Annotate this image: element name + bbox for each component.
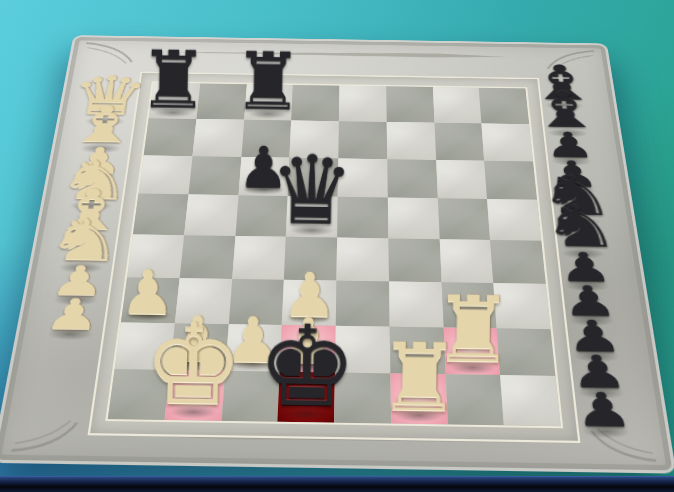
piece-shadow <box>153 108 194 118</box>
square-f7[interactable] <box>387 122 436 160</box>
square-e8[interactable] <box>339 86 387 122</box>
square-b8[interactable] <box>196 83 246 119</box>
black-pawn-icon: ♟ <box>564 314 625 358</box>
corner-flourish-icon <box>6 416 82 456</box>
captured-black-pawn: ♟ <box>568 321 616 322</box>
square-h1[interactable] <box>500 375 560 426</box>
square-h7[interactable] <box>482 123 533 161</box>
square-g7[interactable] <box>434 123 484 161</box>
square-b6[interactable] <box>188 156 241 196</box>
piece-black-queen-d5[interactable]: ♛ <box>286 196 338 238</box>
white-king-icon: ♚ <box>143 309 245 422</box>
captured-white-tray: ♛♝♟♞♝♞♟♟ <box>74 35 607 43</box>
piece-black-rook-c8[interactable]: ♜ <box>244 84 293 120</box>
piece-black-rook-a8[interactable]: ♜ <box>149 83 200 119</box>
square-f8[interactable] <box>386 86 434 122</box>
square-e4[interactable] <box>336 238 388 282</box>
etched-blade-decoration-top <box>149 48 509 60</box>
black-pawn-icon: ♟ <box>568 349 630 395</box>
square-b5[interactable] <box>184 195 238 236</box>
captured-black-pawn: ♟ <box>564 287 612 288</box>
black-queen-icon: ♛ <box>269 143 355 239</box>
piece-shadow <box>53 294 99 306</box>
piece-white-king-b1[interactable]: ♚ <box>164 370 224 421</box>
captured-black-pawn: ♟ <box>576 394 626 395</box>
square-g8[interactable] <box>432 87 481 123</box>
square-c4[interactable] <box>232 236 286 280</box>
captured-white-pawn: ♟ <box>51 301 99 302</box>
piece-shadow <box>573 349 620 362</box>
square-a5[interactable] <box>133 194 188 235</box>
black-rook-icon: ♜ <box>232 41 304 121</box>
captured-white-knight: ♞ <box>57 268 104 269</box>
board-squares: ♜♜♟♛♟♟♜♟♟♟♚♚♜ <box>105 81 563 428</box>
piece-black-king-d1[interactable]: ♚ <box>278 372 335 423</box>
square-a7[interactable] <box>144 118 197 156</box>
square-h5[interactable] <box>487 199 541 241</box>
square-b4[interactable] <box>179 235 235 279</box>
square-a8[interactable] <box>149 83 200 119</box>
square-g6[interactable] <box>436 160 488 200</box>
square-b7[interactable] <box>192 119 243 157</box>
board-frame: ♜♜♟♛♟♟♜♟♟♟♚♚♜ <box>88 72 581 443</box>
square-h8[interactable] <box>479 88 529 124</box>
piece-shadow <box>565 280 610 292</box>
captured-white-pawn: ♟ <box>46 335 95 336</box>
piece-white-rook-f1[interactable]: ♜ <box>390 374 447 425</box>
square-f5[interactable] <box>388 198 440 240</box>
table-tilt-wrapper: ♜♜♟♛♟♟♜♟♟♟♚♚♜ ♛♝♟♞♝♞♟♟ ♝♝♟♟♞♞♟♟♟♟♟ <box>0 0 674 492</box>
black-pawn-icon: ♟ <box>560 280 619 322</box>
corner-flourish-icon <box>586 425 661 465</box>
black-king-icon: ♚ <box>256 311 358 424</box>
white-pawn-icon: ♟ <box>48 260 108 302</box>
piece-shadow <box>569 314 615 326</box>
captured-black-tray: ♝♝♟♟♞♞♟♟♟♟♟ <box>74 35 607 43</box>
piece-shadow <box>248 109 288 119</box>
chess-app-window: ♜♜♟♛♟♟♜♟♟♟♚♚♜ ♛♝♟♞♝♞♟♟ ♝♝♟♟♞♞♟♟♟♟♟ <box>0 0 674 492</box>
square-d8[interactable] <box>291 85 339 121</box>
white-pawn-icon: ♟ <box>42 293 104 336</box>
black-pawn-icon: ♟ <box>556 247 614 288</box>
square-c8[interactable] <box>244 84 293 120</box>
square-a6[interactable] <box>138 155 192 195</box>
corner-flourish-icon <box>79 40 139 66</box>
captured-black-pawn: ♟ <box>572 357 621 358</box>
piece-shadow <box>577 386 625 399</box>
piece-shadow <box>47 328 94 341</box>
square-g5[interactable] <box>437 198 490 240</box>
marble-table: ♜♜♟♛♟♟♜♟♟♟♚♚♜ ♛♝♟♞♝♞♟♟ ♝♝♟♟♞♞♟♟♟♟♟ <box>0 35 674 473</box>
square-h6[interactable] <box>484 160 537 200</box>
scene-3d: ♜♜♟♛♟♟♜♟♟♟♚♚♜ ♛♝♟♞♝♞♟♟ ♝♝♟♟♞♞♟♟♟♟♟ <box>0 0 674 492</box>
window-bottom-edge <box>0 476 674 492</box>
white-rook-icon: ♜ <box>377 330 462 425</box>
square-f6[interactable] <box>387 159 437 199</box>
